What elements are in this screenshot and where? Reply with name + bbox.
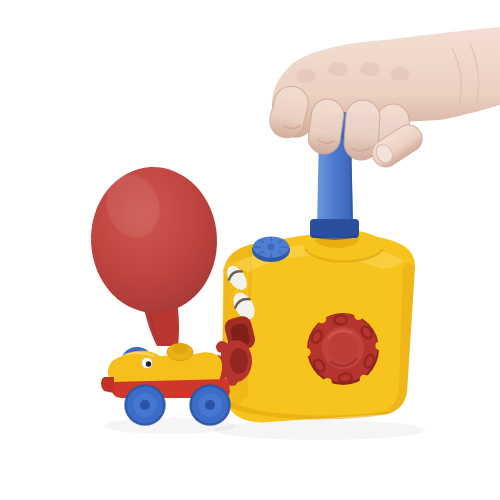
car-eye: [142, 358, 153, 369]
car-wheel-front: [125, 385, 165, 425]
pump-release-button: [252, 237, 290, 263]
car-wheel-rear: [190, 385, 230, 425]
shaft-collar: [310, 219, 359, 238]
launcher-box: [211, 230, 415, 422]
box-ground-shadow: [215, 420, 425, 440]
balloon-nozzle: [167, 344, 193, 361]
product-photo: [0, 0, 500, 500]
toy-scene: [0, 0, 500, 500]
